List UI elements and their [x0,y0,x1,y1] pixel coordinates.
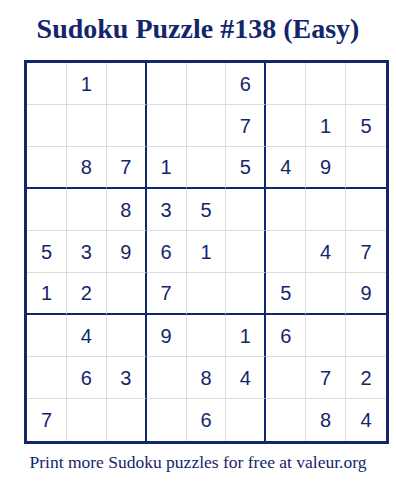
given-digit-r9c9: 4 [346,399,386,441]
cell-r9c3 [107,399,147,441]
cell-r6c5 [187,273,227,315]
cell-r4c6 [226,189,266,231]
cell-r7c9 [346,315,386,357]
cell-r7c1 [27,315,67,357]
cell-r1c8 [306,63,346,105]
given-digit-r9c5: 6 [187,399,227,441]
given-digit-r7c7: 6 [266,315,306,357]
cell-r1c4 [147,63,187,105]
cell-r8c4 [147,357,187,399]
cell-r3c5 [187,147,227,189]
cell-r9c2 [67,399,107,441]
given-digit-r2c6: 7 [226,105,266,147]
cell-r4c2 [67,189,107,231]
given-digit-r5c2: 3 [67,231,107,273]
given-digit-r2c9: 5 [346,105,386,147]
cell-r2c7 [266,105,306,147]
cell-r2c2 [67,105,107,147]
cell-r4c1 [27,189,67,231]
given-digit-r7c2: 4 [67,315,107,357]
given-digit-r6c9: 9 [346,273,386,315]
given-digit-r3c4: 1 [147,147,187,189]
sudoku-page: Sudoku Puzzle #138 (Easy) 16715871549835… [0,0,396,489]
cell-r1c7 [266,63,306,105]
given-digit-r3c3: 7 [107,147,147,189]
given-digit-r4c5: 5 [187,189,227,231]
given-digit-r8c2: 6 [67,357,107,399]
given-digit-r6c2: 2 [67,273,107,315]
given-digit-r9c1: 7 [27,399,67,441]
given-digit-r5c4: 6 [147,231,187,273]
cell-r1c3 [107,63,147,105]
cell-r2c1 [27,105,67,147]
given-digit-r3c2: 8 [67,147,107,189]
cell-r1c1 [27,63,67,105]
given-digit-r5c5: 1 [187,231,227,273]
given-digit-r4c4: 3 [147,189,187,231]
given-digit-r8c6: 4 [226,357,266,399]
cell-r7c8 [306,315,346,357]
cell-r5c7 [266,231,306,273]
given-digit-r9c8: 8 [306,399,346,441]
cell-r3c9 [346,147,386,189]
given-digit-r8c5: 8 [187,357,227,399]
given-digit-r6c1: 1 [27,273,67,315]
footer-text: Print more Sudoku puzzles for free at va… [0,452,396,473]
cell-r6c3 [107,273,147,315]
cell-r3c1 [27,147,67,189]
given-digit-r7c6: 1 [226,315,266,357]
cell-r4c9 [346,189,386,231]
cell-r4c8 [306,189,346,231]
cell-r1c5 [187,63,227,105]
given-digit-r6c4: 7 [147,273,187,315]
given-digit-r2c8: 1 [306,105,346,147]
cell-r9c6 [226,399,266,441]
cell-r9c7 [266,399,306,441]
cell-r7c5 [187,315,227,357]
given-digit-r1c6: 6 [226,63,266,105]
given-digit-r7c4: 9 [147,315,187,357]
cell-r9c4 [147,399,187,441]
cell-r6c8 [306,273,346,315]
given-digit-r1c2: 1 [67,63,107,105]
cell-r1c9 [346,63,386,105]
given-digit-r3c6: 5 [226,147,266,189]
given-digit-r8c9: 2 [346,357,386,399]
sudoku-board: 1671587154983553961471275949166384727684 [24,60,389,444]
cell-r8c7 [266,357,306,399]
cell-r8c1 [27,357,67,399]
given-digit-r5c8: 4 [306,231,346,273]
given-digit-r5c9: 7 [346,231,386,273]
given-digit-r6c7: 5 [266,273,306,315]
given-digit-r3c8: 9 [306,147,346,189]
given-digit-r8c3: 3 [107,357,147,399]
cell-r7c3 [107,315,147,357]
given-digit-r3c7: 4 [266,147,306,189]
given-digit-r4c3: 8 [107,189,147,231]
cell-r2c5 [187,105,227,147]
given-digit-r8c8: 7 [306,357,346,399]
cell-r2c4 [147,105,187,147]
cell-r4c7 [266,189,306,231]
cell-r2c3 [107,105,147,147]
cell-r6c6 [226,273,266,315]
page-title: Sudoku Puzzle #138 (Easy) [0,13,396,45]
given-digit-r5c3: 9 [107,231,147,273]
given-digit-r5c1: 5 [27,231,67,273]
cell-r5c6 [226,231,266,273]
